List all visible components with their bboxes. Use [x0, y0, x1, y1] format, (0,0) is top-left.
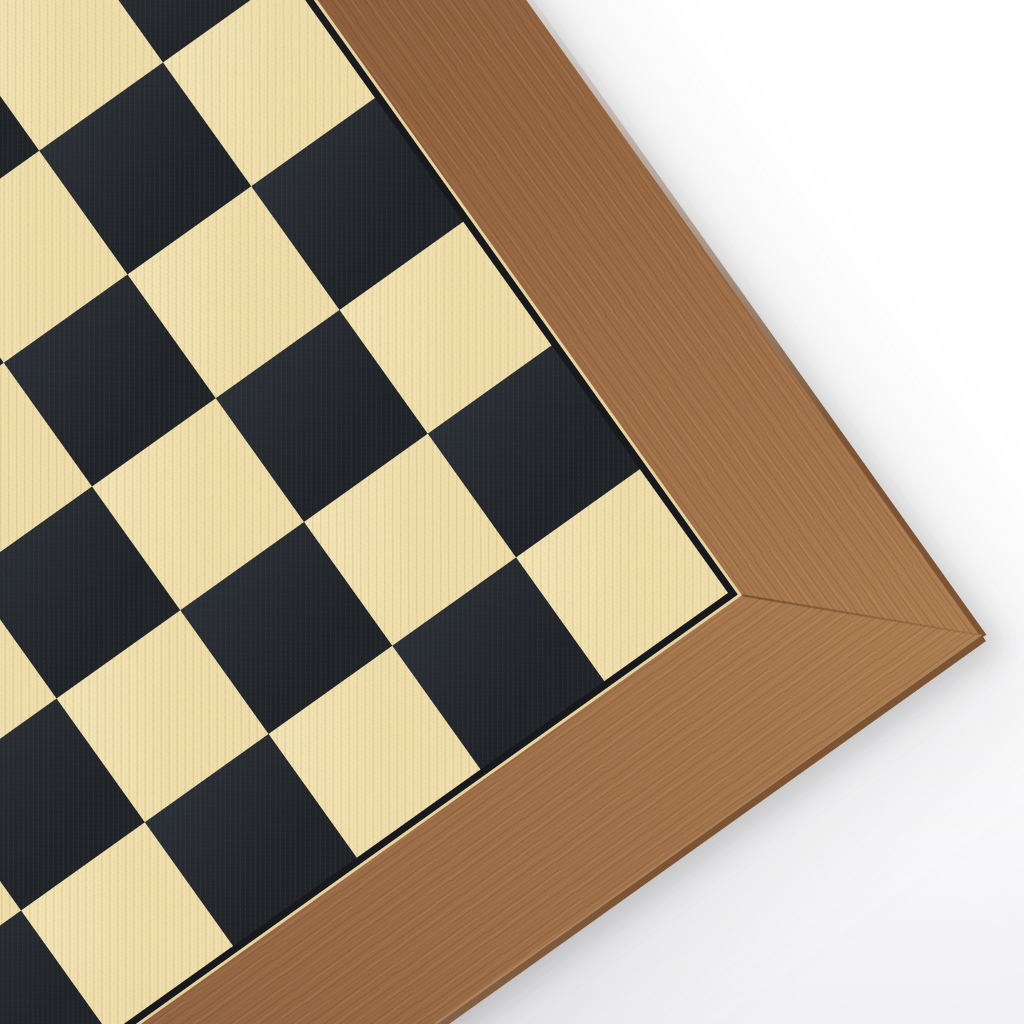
chess-board	[0, 0, 979, 1024]
studio-backdrop	[0, 0, 1024, 1024]
